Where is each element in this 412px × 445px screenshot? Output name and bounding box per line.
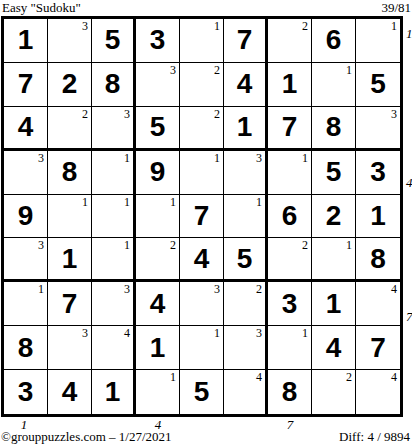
cell-r4c8: 5 (312, 151, 356, 195)
cell-r6c3: 1 (92, 238, 136, 282)
pencil-mark: 1 (170, 371, 176, 384)
cell-r1c6: 7 (224, 19, 268, 63)
cell-r9c6: 4 (224, 370, 268, 414)
cell-value: 8 (268, 370, 311, 414)
column-label-7: 7 (268, 418, 312, 431)
cell-value: 4 (4, 107, 47, 148)
pencil-mark: 3 (82, 327, 88, 340)
pencil-mark: 3 (38, 239, 44, 252)
pencil-mark: 4 (391, 371, 397, 384)
cell-value: 1 (136, 326, 179, 369)
pencil-mark: 2 (346, 371, 352, 384)
cell-r4c5: 1 (180, 151, 224, 195)
pencil-mark: 2 (302, 20, 308, 33)
cell-r3c8: 8 (312, 107, 356, 151)
cell-r5c3: 1 (92, 195, 136, 239)
pencil-mark: 1 (346, 64, 352, 77)
cell-value: 3 (4, 370, 47, 414)
difficulty-text: Diff: 4 / 9894 (339, 429, 410, 445)
cell-r5c2: 1 (48, 195, 92, 239)
cell-value: 6 (312, 19, 355, 62)
cell-r1c2: 3 (48, 19, 92, 63)
cell-r5c4: 1 (136, 195, 180, 239)
pencil-mark: 3 (256, 327, 262, 340)
cell-r5c7: 6 (268, 195, 312, 239)
cell-r2c4: 3 (136, 63, 180, 107)
cell-r5c1: 9 (4, 195, 48, 239)
cell-r2c7: 1 (268, 63, 312, 107)
puzzle-title: Easy "Sudoku" (2, 0, 81, 16)
cell-value: 3 (356, 151, 400, 194)
cell-r9c1: 3 (4, 370, 48, 414)
cell-value: 8 (48, 151, 91, 194)
pencil-mark: 4 (391, 283, 397, 296)
pencil-mark: 2 (82, 108, 88, 121)
cell-value: 7 (224, 19, 265, 62)
cell-r2c2: 2 (48, 63, 92, 107)
cell-value: 1 (224, 107, 265, 148)
cell-value: 1 (268, 63, 311, 106)
cell-value: 3 (136, 19, 179, 62)
cell-r4c3: 1 (92, 151, 136, 195)
cell-r9c2: 4 (48, 370, 92, 414)
pencil-mark: 1 (170, 196, 176, 209)
copyright-text: ©grouppuzzles.com – 1/27/2021 (1, 429, 172, 445)
cell-value: 1 (312, 282, 355, 325)
sudoku-grid: 1353172617283241154235217833819131539111… (1, 16, 403, 417)
cell-value: 7 (180, 195, 223, 238)
pencil-mark: 1 (124, 239, 130, 252)
cell-value: 1 (92, 370, 133, 414)
cell-r6c7: 2 (268, 238, 312, 282)
cell-r4c1: 3 (4, 151, 48, 195)
progress-count: 39/81 (381, 0, 411, 16)
row-label-4: 4 (406, 176, 412, 189)
pencil-mark: 1 (124, 152, 130, 165)
cell-value: 8 (356, 238, 400, 279)
cell-value: 7 (48, 282, 91, 325)
cell-r1c4: 3 (136, 19, 180, 63)
cell-value: 1 (4, 19, 47, 62)
pencil-mark: 3 (214, 283, 220, 296)
sudoku-puzzle-page: Easy "Sudoku" 39/81 13531726172832411542… (0, 0, 412, 445)
cell-r7c1: 1 (4, 282, 48, 326)
cell-r7c2: 7 (48, 282, 92, 326)
cell-value: 5 (180, 370, 223, 414)
cell-value: 4 (48, 370, 91, 414)
cell-r8c3: 4 (92, 326, 136, 370)
cell-value: 3 (268, 282, 311, 325)
cell-value: 2 (48, 63, 91, 106)
cell-r7c9: 4 (356, 282, 400, 326)
pencil-mark: 2 (256, 283, 262, 296)
cell-r6c1: 3 (4, 238, 48, 282)
cell-value: 5 (224, 238, 265, 279)
cell-r8c5: 1 (180, 326, 224, 370)
pencil-mark: 1 (82, 196, 88, 209)
pencil-mark: 2 (170, 239, 176, 252)
cell-r2c5: 2 (180, 63, 224, 107)
pencil-mark: 1 (214, 20, 220, 33)
cell-r5c5: 7 (180, 195, 224, 239)
cell-value: 5 (312, 151, 355, 194)
cell-r1c5: 1 (180, 19, 224, 63)
pencil-mark: 3 (124, 283, 130, 296)
cell-r9c9: 4 (356, 370, 400, 414)
cell-value: 4 (136, 282, 179, 325)
cell-r3c1: 4 (4, 107, 48, 151)
pencil-mark: 1 (256, 196, 262, 209)
cell-r5c6: 1 (224, 195, 268, 239)
cell-r8c2: 3 (48, 326, 92, 370)
cell-value: 4 (224, 63, 265, 106)
cell-r8c4: 1 (136, 326, 180, 370)
pencil-mark: 1 (214, 152, 220, 165)
pencil-mark: 1 (38, 283, 44, 296)
cell-r2c9: 5 (356, 63, 400, 107)
pencil-mark: 1 (214, 327, 220, 340)
cell-r2c8: 1 (312, 63, 356, 107)
cell-r8c8: 4 (312, 326, 356, 370)
cell-r9c5: 5 (180, 370, 224, 414)
pencil-mark: 4 (256, 371, 262, 384)
cell-r4c4: 9 (136, 151, 180, 195)
pencil-mark: 2 (214, 64, 220, 77)
cell-r6c6: 5 (224, 238, 268, 282)
cell-r3c5: 2 (180, 107, 224, 151)
cell-value: 7 (4, 63, 47, 106)
cell-value: 4 (180, 238, 223, 279)
cell-r7c7: 3 (268, 282, 312, 326)
cell-r6c4: 2 (136, 238, 180, 282)
pencil-mark: 2 (302, 239, 308, 252)
cell-value: 8 (312, 107, 355, 148)
pencil-mark: 1 (391, 20, 397, 33)
cell-r3c7: 7 (268, 107, 312, 151)
pencil-mark: 3 (124, 108, 130, 121)
pencil-mark: 1 (302, 327, 308, 340)
pencil-mark: 1 (302, 152, 308, 165)
pencil-mark: 3 (391, 108, 397, 121)
cell-value: 5 (92, 19, 133, 62)
cell-value: 6 (268, 195, 311, 238)
cell-value: 7 (268, 107, 311, 148)
cell-r3c3: 3 (92, 107, 136, 151)
cell-r4c9: 3 (356, 151, 400, 195)
cell-r9c4: 1 (136, 370, 180, 414)
cell-r6c8: 1 (312, 238, 356, 282)
cell-r7c6: 2 (224, 282, 268, 326)
cell-r5c8: 2 (312, 195, 356, 239)
pencil-mark: 3 (256, 152, 262, 165)
cell-r4c7: 1 (268, 151, 312, 195)
cell-r2c3: 8 (92, 63, 136, 107)
cell-value: 2 (312, 195, 355, 238)
cell-r1c9: 1 (356, 19, 400, 63)
cell-value: 1 (356, 195, 400, 238)
cell-r9c8: 2 (312, 370, 356, 414)
cell-r8c6: 3 (224, 326, 268, 370)
pencil-mark: 1 (124, 196, 130, 209)
cell-value: 5 (136, 107, 179, 148)
pencil-mark: 2 (214, 108, 220, 121)
pencil-mark: 4 (124, 327, 130, 340)
cell-r2c1: 7 (4, 63, 48, 107)
cell-r3c4: 5 (136, 107, 180, 151)
cell-value: 8 (92, 63, 133, 106)
cell-r9c7: 8 (268, 370, 312, 414)
cell-r4c6: 3 (224, 151, 268, 195)
cell-r6c9: 8 (356, 238, 400, 282)
cell-value: 9 (4, 195, 47, 238)
cell-r7c5: 3 (180, 282, 224, 326)
cell-value: 7 (356, 326, 400, 369)
pencil-mark: 3 (38, 152, 44, 165)
cell-r1c1: 1 (4, 19, 48, 63)
cell-r7c4: 4 (136, 282, 180, 326)
cell-r3c6: 1 (224, 107, 268, 151)
cell-r2c6: 4 (224, 63, 268, 107)
cell-r8c1: 8 (4, 326, 48, 370)
cell-r7c3: 3 (92, 282, 136, 326)
cell-r6c5: 4 (180, 238, 224, 282)
row-label-7: 7 (406, 310, 412, 323)
cell-r1c7: 2 (268, 19, 312, 63)
cell-r9c3: 1 (92, 370, 136, 414)
cell-value: 5 (356, 63, 400, 106)
row-label-1: 1 (406, 27, 412, 40)
cell-r8c9: 7 (356, 326, 400, 370)
cell-r3c9: 3 (356, 107, 400, 151)
cell-value: 1 (48, 238, 91, 279)
cell-value: 4 (312, 326, 355, 369)
cell-r1c3: 5 (92, 19, 136, 63)
cell-r4c2: 8 (48, 151, 92, 195)
cell-value: 9 (136, 151, 179, 194)
cell-r3c2: 2 (48, 107, 92, 151)
cell-r1c8: 6 (312, 19, 356, 63)
cell-value: 8 (4, 326, 47, 369)
cell-r8c7: 1 (268, 326, 312, 370)
cell-r7c8: 1 (312, 282, 356, 326)
cell-r6c2: 1 (48, 238, 92, 282)
pencil-mark: 1 (346, 239, 352, 252)
pencil-mark: 3 (170, 64, 176, 77)
cell-r5c9: 1 (356, 195, 400, 239)
pencil-mark: 3 (82, 20, 88, 33)
